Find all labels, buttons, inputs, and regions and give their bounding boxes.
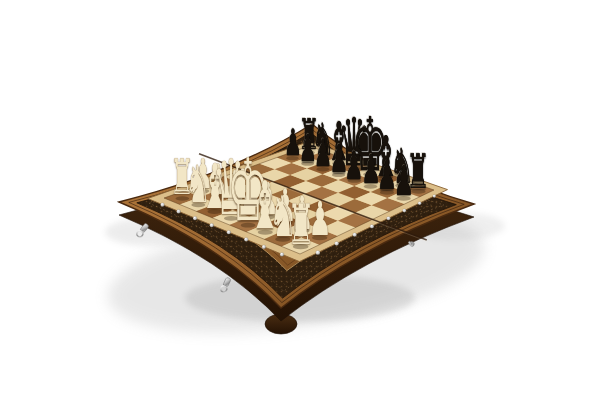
- stud: [433, 194, 436, 197]
- stud: [335, 241, 339, 245]
- piece-contact-shadow: [395, 183, 409, 188]
- piece-contact-shadow: [316, 167, 329, 171]
- piece-contact-shadow: [364, 184, 378, 188]
- stud: [244, 238, 248, 242]
- piece-contact-shadow: [286, 156, 299, 160]
- piece-contact-shadow: [258, 230, 273, 235]
- piece-contact-shadow: [312, 235, 327, 240]
- piece-contact-shadow: [301, 162, 314, 166]
- piece-contact-shadow: [212, 195, 226, 199]
- piece-contact-shadow: [348, 166, 361, 170]
- piece-contact-shadow: [302, 150, 315, 154]
- piece-contact-shadow: [411, 189, 425, 194]
- piece-contact-shadow: [293, 244, 309, 249]
- stud: [418, 201, 421, 204]
- stud: [160, 203, 164, 207]
- stud: [262, 245, 266, 249]
- stud: [193, 216, 197, 220]
- piece-contact-shadow: [224, 216, 238, 221]
- piece-contact-shadow: [275, 237, 290, 242]
- piece-contact-shadow: [396, 196, 410, 201]
- stud: [210, 223, 214, 227]
- piece-contact-shadow: [379, 178, 393, 182]
- piece-contact-shadow: [332, 173, 345, 177]
- stud: [353, 233, 357, 237]
- stud: [227, 230, 231, 234]
- piece-contact-shadow: [363, 172, 376, 176]
- piece-contact-shadow: [260, 215, 275, 220]
- chess-set-photo: ♜♞♟♝♟♛♟♚♟♝♟♞♟♟♜♟♟♟♜♟♞♟♝♟♛♟♚♟♝♟♞♜: [0, 0, 600, 400]
- piece-contact-shadow: [191, 203, 205, 208]
- piece-contact-shadow: [348, 178, 362, 182]
- piece-contact-shadow: [380, 190, 394, 195]
- piece-contact-shadow: [277, 221, 292, 226]
- stud: [177, 209, 181, 213]
- piece-contact-shadow: [332, 161, 345, 165]
- piece-contact-shadow: [241, 223, 256, 228]
- piece-contact-shadow: [317, 156, 330, 160]
- stud: [387, 216, 391, 220]
- board-svg: [0, 0, 600, 400]
- piece-contact-shadow: [196, 189, 210, 193]
- piece-contact-shadow: [207, 209, 221, 214]
- piece-contact-shadow: [176, 196, 190, 200]
- piece-contact-shadow: [294, 228, 309, 233]
- stud: [403, 209, 407, 213]
- stud: [280, 252, 284, 256]
- stud: [370, 224, 374, 228]
- piece-contact-shadow: [228, 202, 242, 207]
- stud: [316, 250, 320, 254]
- piece-contact-shadow: [244, 208, 258, 213]
